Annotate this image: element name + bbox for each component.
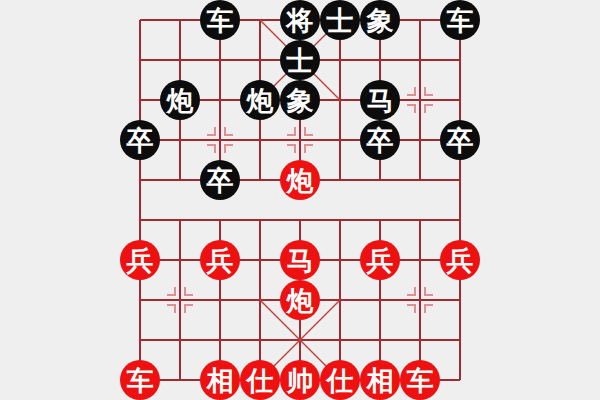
- piece-glyph: 卒: [207, 167, 234, 194]
- piece-glyph: 卒: [367, 127, 394, 154]
- point-c7-r5: [360, 160, 400, 200]
- point-c7-r2: [360, 40, 400, 80]
- piece-glyph: 相: [367, 367, 394, 394]
- point-c7-r3: 马: [360, 80, 400, 120]
- point-c8-r8: [400, 280, 440, 320]
- point-c2-r5: [160, 160, 200, 200]
- piece-red-advisor[interactable]: 仕: [320, 360, 360, 400]
- point-c4-r6: [240, 200, 280, 240]
- piece-red-soldier[interactable]: 兵: [200, 240, 240, 280]
- point-c6-r8: [320, 280, 360, 320]
- point-c2-r6: [160, 200, 200, 240]
- point-c6-r10: 仕: [320, 360, 360, 400]
- point-c6-r9: [320, 320, 360, 360]
- point-c9-r8: [440, 280, 480, 320]
- point-c3-r3: [200, 80, 240, 120]
- point-c4-r5: [240, 160, 280, 200]
- point-c1-r6: [120, 200, 160, 240]
- piece-glyph: 马: [367, 87, 394, 114]
- point-c9-r2: [440, 40, 480, 80]
- piece-glyph: 士: [287, 47, 314, 74]
- point-c5-r10: 帅: [280, 360, 320, 400]
- point-c8-r10: 车: [400, 360, 440, 400]
- point-c3-r10: 相: [200, 360, 240, 400]
- point-c8-r9: [400, 320, 440, 360]
- point-c2-r2: [160, 40, 200, 80]
- piece-glyph: 仕: [327, 367, 354, 394]
- point-c4-r1: [240, 0, 280, 40]
- piece-red-advisor[interactable]: 仕: [240, 360, 280, 400]
- point-c5-r1: 将: [280, 0, 320, 40]
- point-c5-r5: 炮: [280, 160, 320, 200]
- point-c7-r8: [360, 280, 400, 320]
- point-c7-r7: 兵: [360, 240, 400, 280]
- point-c2-r4: [160, 120, 200, 160]
- point-c2-r3: 炮: [160, 80, 200, 120]
- point-c8-r1: [400, 0, 440, 40]
- piece-glyph: 炮: [287, 167, 314, 194]
- point-c1-r7: 兵: [120, 240, 160, 280]
- point-c1-r9: [120, 320, 160, 360]
- point-c2-r9: [160, 320, 200, 360]
- piece-red-elephant[interactable]: 相: [200, 360, 240, 400]
- piece-red-soldier[interactable]: 兵: [360, 240, 400, 280]
- piece-black-soldier[interactable]: 卒: [360, 120, 400, 160]
- point-c1-r4: 卒: [120, 120, 160, 160]
- point-c6-r3: [320, 80, 360, 120]
- piece-black-chariot[interactable]: 车: [200, 0, 240, 40]
- point-c4-r7: [240, 240, 280, 280]
- piece-black-cannon[interactable]: 炮: [240, 80, 280, 120]
- point-c6-r4: [320, 120, 360, 160]
- point-c8-r3: [400, 80, 440, 120]
- point-c6-r2: [320, 40, 360, 80]
- point-c7-r1: 象: [360, 0, 400, 40]
- piece-glyph: 兵: [367, 247, 394, 274]
- point-c3-r2: [200, 40, 240, 80]
- point-c6-r7: [320, 240, 360, 280]
- piece-black-general[interactable]: 将: [280, 0, 320, 40]
- piece-black-soldier[interactable]: 卒: [440, 120, 480, 160]
- piece-glyph: 将: [287, 7, 314, 34]
- point-c3-r5: 卒: [200, 160, 240, 200]
- piece-glyph: 马: [287, 247, 314, 274]
- xiangqi-board-diagram: 车将士象车士炮炮象马卒卒卒卒炮兵兵马兵兵炮车相仕帅仕相车: [0, 0, 600, 400]
- point-c5-r4: [280, 120, 320, 160]
- piece-glyph: 炮: [247, 87, 274, 114]
- point-c1-r10: 车: [120, 360, 160, 400]
- point-c2-r7: [160, 240, 200, 280]
- point-c5-r8: 炮: [280, 280, 320, 320]
- piece-glyph: 兵: [207, 247, 234, 274]
- point-c8-r5: [400, 160, 440, 200]
- piece-red-horse[interactable]: 马: [280, 240, 320, 280]
- piece-glyph: 象: [287, 87, 314, 114]
- point-c5-r6: [280, 200, 320, 240]
- piece-black-elephant[interactable]: 象: [280, 80, 320, 120]
- point-c4-r10: 仕: [240, 360, 280, 400]
- point-c3-r6: [200, 200, 240, 240]
- point-c9-r9: [440, 320, 480, 360]
- point-c8-r6: [400, 200, 440, 240]
- point-c6-r5: [320, 160, 360, 200]
- piece-glyph: 兵: [447, 247, 474, 274]
- point-c2-r1: [160, 0, 200, 40]
- piece-glyph: 车: [447, 7, 474, 34]
- point-c2-r8: [160, 280, 200, 320]
- point-c7-r6: [360, 200, 400, 240]
- piece-glyph: 卒: [447, 127, 474, 154]
- point-c3-r7: 兵: [200, 240, 240, 280]
- point-c5-r7: 马: [280, 240, 320, 280]
- piece-red-general[interactable]: 帅: [280, 360, 320, 400]
- board-points-layer: 车将士象车士炮炮象马卒卒卒卒炮兵兵马兵兵炮车相仕帅仕相车: [120, 0, 480, 400]
- point-c9-r4: 卒: [440, 120, 480, 160]
- point-c5-r9: [280, 320, 320, 360]
- piece-red-cannon[interactable]: 炮: [280, 160, 320, 200]
- piece-black-soldier[interactable]: 卒: [120, 120, 160, 160]
- piece-glyph: 车: [127, 367, 154, 394]
- piece-glyph: 士: [327, 7, 354, 34]
- piece-black-advisor[interactable]: 士: [280, 40, 320, 80]
- point-c9-r10: [440, 360, 480, 400]
- piece-glyph: 相: [207, 367, 234, 394]
- point-c1-r5: [120, 160, 160, 200]
- point-c8-r4: [400, 120, 440, 160]
- point-c3-r1: 车: [200, 0, 240, 40]
- point-c3-r4: [200, 120, 240, 160]
- piece-black-chariot[interactable]: 车: [440, 0, 480, 40]
- piece-glyph: 卒: [127, 127, 154, 154]
- piece-glyph: 仕: [247, 367, 274, 394]
- point-c2-r10: [160, 360, 200, 400]
- point-c6-r1: 士: [320, 0, 360, 40]
- point-c3-r9: [200, 320, 240, 360]
- piece-black-cannon[interactable]: 炮: [160, 80, 200, 120]
- piece-glyph: 象: [367, 7, 394, 34]
- piece-glyph: 炮: [287, 287, 314, 314]
- point-c1-r3: [120, 80, 160, 120]
- piece-red-chariot[interactable]: 车: [400, 360, 440, 400]
- point-c9-r7: 兵: [440, 240, 480, 280]
- point-c1-r8: [120, 280, 160, 320]
- point-c4-r4: [240, 120, 280, 160]
- piece-black-elephant[interactable]: 象: [360, 0, 400, 40]
- piece-black-horse[interactable]: 马: [360, 80, 400, 120]
- point-c7-r4: 卒: [360, 120, 400, 160]
- point-c4-r2: [240, 40, 280, 80]
- piece-glyph: 车: [207, 7, 234, 34]
- piece-black-soldier[interactable]: 卒: [200, 160, 240, 200]
- point-c1-r2: [120, 40, 160, 80]
- point-c9-r3: [440, 80, 480, 120]
- piece-glyph: 炮: [167, 87, 194, 114]
- point-c4-r3: 炮: [240, 80, 280, 120]
- piece-red-cannon[interactable]: 炮: [280, 280, 320, 320]
- point-c9-r6: [440, 200, 480, 240]
- piece-red-elephant[interactable]: 相: [360, 360, 400, 400]
- point-c8-r2: [400, 40, 440, 80]
- point-c5-r2: 士: [280, 40, 320, 80]
- piece-red-soldier[interactable]: 兵: [120, 240, 160, 280]
- point-c5-r3: 象: [280, 80, 320, 120]
- point-c1-r1: [120, 0, 160, 40]
- piece-red-chariot[interactable]: 车: [120, 360, 160, 400]
- point-c9-r1: 车: [440, 0, 480, 40]
- point-c9-r5: [440, 160, 480, 200]
- point-c7-r10: 相: [360, 360, 400, 400]
- point-c6-r6: [320, 200, 360, 240]
- piece-glyph: 兵: [127, 247, 154, 274]
- point-c8-r7: [400, 240, 440, 280]
- piece-red-soldier[interactable]: 兵: [440, 240, 480, 280]
- point-c7-r9: [360, 320, 400, 360]
- piece-glyph: 帅: [287, 367, 314, 394]
- piece-black-advisor[interactable]: 士: [320, 0, 360, 40]
- piece-glyph: 车: [407, 367, 434, 394]
- point-c4-r8: [240, 280, 280, 320]
- point-c3-r8: [200, 280, 240, 320]
- point-c4-r9: [240, 320, 280, 360]
